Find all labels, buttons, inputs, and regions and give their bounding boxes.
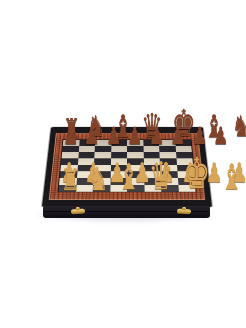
chess-board [42,47,212,207]
square-d1 [110,185,127,192]
square-e2 [127,178,144,185]
piece-wp-h2: ♟ [230,160,246,186]
square-b1 [76,185,93,192]
square-c3 [93,171,110,178]
square-d2 [110,178,127,185]
gold-clasp-right [177,209,191,215]
square-g3 [160,171,177,178]
piece-bp-h7: ♟ [213,125,228,148]
product-photo-scene: ♜♞♝♛♚♝♞♜♟♟♟♟♟♟♟♟♟♟♟♟♟♟♟♟♜♞♝♛♚♝♞♜ [0,0,246,328]
square-g2 [161,178,178,185]
squares-grid [57,139,196,192]
piece-wb-f1: ♝ [221,161,244,194]
square-a3 [60,171,77,178]
square-c2 [93,178,110,185]
gold-clasp-left [71,209,85,215]
square-h1 [178,185,196,192]
piece-bn-g8: ♞ [231,113,246,141]
square-f3 [144,171,161,178]
square-e3 [127,171,144,178]
piece-slot-h7: ♟ [210,75,232,145]
square-h2 [177,178,194,185]
piece-slot-g8: ♞ [228,68,246,138]
square-g1 [161,185,178,192]
square-f2 [144,178,161,185]
square-b2 [76,178,93,185]
square-a1 [58,185,76,192]
mosaic-inlay-border [49,133,205,200]
square-d3 [110,171,127,178]
piece-slot-h2: ♟ [227,113,246,183]
square-f1 [144,185,161,192]
board-front-face [43,206,210,218]
piece-slot-f1: ♝ [216,121,246,191]
square-h3 [177,171,194,178]
square-b3 [77,171,94,178]
square-e1 [127,185,144,192]
board-top-surface [42,127,212,207]
square-c1 [93,185,110,192]
square-a2 [59,178,76,185]
